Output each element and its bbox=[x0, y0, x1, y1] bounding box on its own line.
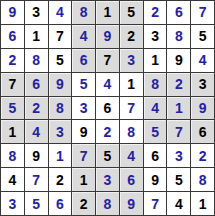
cell-r6c2[interactable]: 4 bbox=[25, 120, 48, 143]
cell-r4c2[interactable]: 6 bbox=[25, 73, 48, 96]
cell-r3c3[interactable]: 5 bbox=[49, 49, 72, 72]
cell-r7c7[interactable]: 6 bbox=[144, 144, 167, 167]
cell-r3c8[interactable]: 9 bbox=[167, 49, 190, 72]
cell-r3c1[interactable]: 2 bbox=[1, 49, 24, 72]
cell-r5c2[interactable]: 2 bbox=[25, 97, 48, 120]
cell-r3c2[interactable]: 8 bbox=[25, 49, 48, 72]
cell-r2c4[interactable]: 4 bbox=[72, 25, 95, 48]
cell-r6c9[interactable]: 6 bbox=[191, 120, 214, 143]
cell-r3c9[interactable]: 4 bbox=[191, 49, 214, 72]
cell-r7c9[interactable]: 2 bbox=[191, 144, 214, 167]
cell-r3c5[interactable]: 7 bbox=[96, 49, 119, 72]
cell-r7c4[interactable]: 7 bbox=[72, 144, 95, 167]
cell-r6c3[interactable]: 3 bbox=[49, 120, 72, 143]
cell-r4c4[interactable]: 5 bbox=[72, 73, 95, 96]
cell-r8c9[interactable]: 8 bbox=[191, 168, 214, 191]
cell-r2c9[interactable]: 5 bbox=[191, 25, 214, 48]
cell-r1c7[interactable]: 2 bbox=[144, 1, 167, 24]
cell-r8c5[interactable]: 3 bbox=[96, 168, 119, 191]
cell-r2c5[interactable]: 9 bbox=[96, 25, 119, 48]
cell-r1c9[interactable]: 7 bbox=[191, 1, 214, 24]
cell-r6c7[interactable]: 5 bbox=[144, 120, 167, 143]
cell-r7c5[interactable]: 5 bbox=[96, 144, 119, 167]
cell-r9c6[interactable]: 9 bbox=[120, 192, 143, 215]
cell-r8c8[interactable]: 5 bbox=[167, 168, 190, 191]
cell-r2c7[interactable]: 3 bbox=[144, 25, 167, 48]
cell-r2c6[interactable]: 2 bbox=[120, 25, 143, 48]
cell-r9c3[interactable]: 6 bbox=[49, 192, 72, 215]
cell-r1c5[interactable]: 1 bbox=[96, 1, 119, 24]
cell-r6c1[interactable]: 1 bbox=[1, 120, 24, 143]
cell-r3c6[interactable]: 3 bbox=[120, 49, 143, 72]
cell-r9c2[interactable]: 5 bbox=[25, 192, 48, 215]
cell-r5c3[interactable]: 8 bbox=[49, 97, 72, 120]
cell-r2c1[interactable]: 6 bbox=[1, 25, 24, 48]
cell-r4c3[interactable]: 9 bbox=[49, 73, 72, 96]
cell-r1c4[interactable]: 8 bbox=[72, 1, 95, 24]
cell-r4c7[interactable]: 8 bbox=[144, 73, 167, 96]
cell-r9c7[interactable]: 7 bbox=[144, 192, 167, 215]
cell-r2c2[interactable]: 1 bbox=[25, 25, 48, 48]
cell-r5c8[interactable]: 1 bbox=[167, 97, 190, 120]
cell-r9c9[interactable]: 1 bbox=[191, 192, 214, 215]
cell-r5c4[interactable]: 3 bbox=[72, 97, 95, 120]
cell-r7c3[interactable]: 1 bbox=[49, 144, 72, 167]
cell-r6c4[interactable]: 9 bbox=[72, 120, 95, 143]
cell-r9c1[interactable]: 3 bbox=[1, 192, 24, 215]
cell-r1c6[interactable]: 5 bbox=[120, 1, 143, 24]
cell-r9c4[interactable]: 2 bbox=[72, 192, 95, 215]
cell-r2c3[interactable]: 7 bbox=[49, 25, 72, 48]
cell-r5c1[interactable]: 5 bbox=[1, 97, 24, 120]
cell-r9c5[interactable]: 8 bbox=[96, 192, 119, 215]
cell-r6c6[interactable]: 8 bbox=[120, 120, 143, 143]
cell-r9c8[interactable]: 4 bbox=[167, 192, 190, 215]
cell-r8c7[interactable]: 9 bbox=[144, 168, 167, 191]
cell-r8c2[interactable]: 7 bbox=[25, 168, 48, 191]
cell-r4c8[interactable]: 2 bbox=[167, 73, 190, 96]
cell-r5c7[interactable]: 4 bbox=[144, 97, 167, 120]
cell-r6c5[interactable]: 2 bbox=[96, 120, 119, 143]
cell-r1c1[interactable]: 9 bbox=[1, 1, 24, 24]
cell-r8c1[interactable]: 4 bbox=[1, 168, 24, 191]
cell-r1c2[interactable]: 3 bbox=[25, 1, 48, 24]
cell-r4c1[interactable]: 7 bbox=[1, 73, 24, 96]
cell-r6c8[interactable]: 7 bbox=[167, 120, 190, 143]
cell-r5c5[interactable]: 6 bbox=[96, 97, 119, 120]
cell-r1c8[interactable]: 6 bbox=[167, 1, 190, 24]
cell-r4c9[interactable]: 3 bbox=[191, 73, 214, 96]
cell-r7c2[interactable]: 9 bbox=[25, 144, 48, 167]
cell-r5c6[interactable]: 7 bbox=[120, 97, 143, 120]
cell-r5c9[interactable]: 9 bbox=[191, 97, 214, 120]
cell-r8c4[interactable]: 1 bbox=[72, 168, 95, 191]
cell-r4c5[interactable]: 4 bbox=[96, 73, 119, 96]
cell-r4c6[interactable]: 1 bbox=[120, 73, 143, 96]
cell-r1c3[interactable]: 4 bbox=[49, 1, 72, 24]
cell-r7c8[interactable]: 3 bbox=[167, 144, 190, 167]
cell-r8c3[interactable]: 2 bbox=[49, 168, 72, 191]
cell-r8c6[interactable]: 6 bbox=[120, 168, 143, 191]
cell-r7c1[interactable]: 8 bbox=[1, 144, 24, 167]
cell-r2c8[interactable]: 8 bbox=[167, 25, 190, 48]
cell-r7c6[interactable]: 4 bbox=[120, 144, 143, 167]
cell-r3c7[interactable]: 1 bbox=[144, 49, 167, 72]
cell-r3c4[interactable]: 6 bbox=[72, 49, 95, 72]
sudoku-board: 9348152676174923852856731947695418235283… bbox=[0, 0, 215, 216]
